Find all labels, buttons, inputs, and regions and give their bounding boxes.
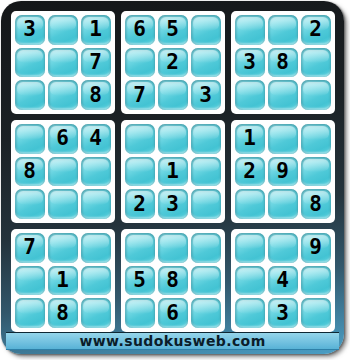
cell-digit: 9 <box>309 237 322 258</box>
cell-r3c5[interactable] <box>158 80 188 110</box>
cell-digit: 3 <box>166 194 179 215</box>
cell-r8c2[interactable]: 1 <box>48 266 78 296</box>
cell-digit: 8 <box>166 270 179 291</box>
cell-r6c9[interactable]: 8 <box>301 189 331 219</box>
cell-digit: 2 <box>133 194 146 215</box>
cell-r3c1[interactable] <box>15 80 45 110</box>
cell-digit: 7 <box>23 237 36 258</box>
cell-digit: 8 <box>89 85 102 106</box>
cell-r9c6[interactable] <box>191 298 221 328</box>
cell-r2c2[interactable] <box>48 48 78 78</box>
cell-r8c9[interactable] <box>301 266 331 296</box>
box-7: 718 <box>11 229 115 332</box>
cell-r4c6[interactable] <box>191 124 221 154</box>
cell-digit: 6 <box>56 128 69 149</box>
cell-r3c3[interactable]: 8 <box>81 80 111 110</box>
cell-r5c7[interactable]: 2 <box>235 157 265 187</box>
cell-r8c8[interactable]: 4 <box>268 266 298 296</box>
cell-r8c7[interactable] <box>235 266 265 296</box>
cell-r7c2[interactable] <box>48 233 78 263</box>
cell-r7c8[interactable] <box>268 233 298 263</box>
cell-r4c4[interactable] <box>125 124 155 154</box>
cell-r5c8[interactable]: 9 <box>268 157 298 187</box>
sudoku-board: 3178652732386481231298718586943 <box>10 11 335 332</box>
cell-r4c3[interactable]: 4 <box>81 124 111 154</box>
cell-r3c2[interactable] <box>48 80 78 110</box>
cell-r7c1[interactable]: 7 <box>15 233 45 263</box>
cell-digit: 5 <box>133 270 146 291</box>
cell-r5c4[interactable] <box>125 157 155 187</box>
cell-r2c6[interactable] <box>191 48 221 78</box>
cell-r3c9[interactable] <box>301 80 331 110</box>
cell-r7c3[interactable] <box>81 233 111 263</box>
cell-digit: 3 <box>23 19 36 40</box>
cell-digit: 1 <box>89 19 102 40</box>
cell-digit: 7 <box>133 85 146 106</box>
cell-r5c1[interactable]: 8 <box>15 157 45 187</box>
cell-digit: 6 <box>133 19 146 40</box>
cell-digit: 7 <box>89 52 102 73</box>
cell-r9c2[interactable]: 8 <box>48 298 78 328</box>
cell-r5c2[interactable] <box>48 157 78 187</box>
cell-digit: 4 <box>276 270 289 291</box>
cell-r1c3[interactable]: 1 <box>81 15 111 45</box>
cell-r6c5[interactable]: 3 <box>158 189 188 219</box>
box-5: 123 <box>121 120 225 223</box>
cell-r1c8[interactable] <box>268 15 298 45</box>
cell-digit: 3 <box>243 52 256 73</box>
cell-r8c6[interactable] <box>191 266 221 296</box>
cell-digit: 8 <box>276 52 289 73</box>
cell-r2c5[interactable]: 2 <box>158 48 188 78</box>
cell-r8c5[interactable]: 8 <box>158 266 188 296</box>
cell-r9c9[interactable] <box>301 298 331 328</box>
cell-r2c1[interactable] <box>15 48 45 78</box>
box-9: 943 <box>231 229 335 332</box>
cell-r4c8[interactable] <box>268 124 298 154</box>
sudoku-screenshot: 3178652732386481231298718586943 www.sudo… <box>0 0 350 360</box>
cell-r4c2[interactable]: 6 <box>48 124 78 154</box>
box-8: 586 <box>121 229 225 332</box>
cell-r6c7[interactable] <box>235 189 265 219</box>
cell-r8c4[interactable]: 5 <box>125 266 155 296</box>
cell-digit: 2 <box>166 52 179 73</box>
box-3: 238 <box>231 11 335 114</box>
cell-r2c3[interactable]: 7 <box>81 48 111 78</box>
cell-digit: 4 <box>89 128 102 149</box>
cell-r1c9[interactable]: 2 <box>301 15 331 45</box>
cell-digit: 8 <box>56 303 69 324</box>
cell-r8c3[interactable] <box>81 266 111 296</box>
cell-digit: 1 <box>56 270 69 291</box>
cell-r8c1[interactable] <box>15 266 45 296</box>
cell-r7c4[interactable] <box>125 233 155 263</box>
cell-r5c5[interactable]: 1 <box>158 157 188 187</box>
cell-r9c4[interactable] <box>125 298 155 328</box>
box-2: 65273 <box>121 11 225 114</box>
cell-r4c5[interactable] <box>158 124 188 154</box>
cell-digit: 8 <box>23 161 36 182</box>
cell-r7c9[interactable]: 9 <box>301 233 331 263</box>
cell-r7c6[interactable] <box>191 233 221 263</box>
cell-r2c4[interactable] <box>125 48 155 78</box>
cell-r5c3[interactable] <box>81 157 111 187</box>
cell-r9c1[interactable] <box>15 298 45 328</box>
cell-r9c3[interactable] <box>81 298 111 328</box>
cell-r9c7[interactable] <box>235 298 265 328</box>
cell-r7c7[interactable] <box>235 233 265 263</box>
box-1: 3178 <box>11 11 115 114</box>
cell-r6c4[interactable]: 2 <box>125 189 155 219</box>
cell-r1c4[interactable]: 6 <box>125 15 155 45</box>
cell-digit: 3 <box>276 303 289 324</box>
cell-r6c3[interactable] <box>81 189 111 219</box>
sudoku-board-frame: 3178652732386481231298718586943 www.sudo… <box>1 1 344 354</box>
footer-band: www.sudokusweb.com <box>6 332 339 350</box>
cell-digit: 9 <box>276 161 289 182</box>
cell-r6c2[interactable] <box>48 189 78 219</box>
cell-r3c8[interactable] <box>268 80 298 110</box>
cell-r1c7[interactable] <box>235 15 265 45</box>
cell-r5c9[interactable] <box>301 157 331 187</box>
cell-r5c6[interactable] <box>191 157 221 187</box>
cell-r1c5[interactable]: 5 <box>158 15 188 45</box>
cell-r2c9[interactable] <box>301 48 331 78</box>
cell-r7c5[interactable] <box>158 233 188 263</box>
cell-digit: 5 <box>166 19 179 40</box>
cell-r4c1[interactable] <box>15 124 45 154</box>
cell-digit: 1 <box>166 161 179 182</box>
cell-r6c6[interactable] <box>191 189 221 219</box>
cell-r6c1[interactable] <box>15 189 45 219</box>
cell-r3c7[interactable] <box>235 80 265 110</box>
cell-digit: 1 <box>243 128 256 149</box>
cell-r9c8[interactable]: 3 <box>268 298 298 328</box>
cell-digit: 2 <box>309 19 322 40</box>
site-url: www.sudokusweb.com <box>79 333 265 349</box>
cell-r6c8[interactable] <box>268 189 298 219</box>
cell-r4c9[interactable] <box>301 124 331 154</box>
cell-r4c7[interactable]: 1 <box>235 124 265 154</box>
cell-digit: 2 <box>243 161 256 182</box>
cell-digit: 6 <box>166 303 179 324</box>
cell-r3c6[interactable]: 3 <box>191 80 221 110</box>
cell-digit: 3 <box>199 85 212 106</box>
cell-digit: 8 <box>309 194 322 215</box>
cell-r9c5[interactable]: 6 <box>158 298 188 328</box>
cell-r2c8[interactable]: 8 <box>268 48 298 78</box>
cell-r1c2[interactable] <box>48 15 78 45</box>
box-6: 1298 <box>231 120 335 223</box>
cell-r1c1[interactable]: 3 <box>15 15 45 45</box>
cell-r3c4[interactable]: 7 <box>125 80 155 110</box>
box-4: 648 <box>11 120 115 223</box>
cell-r1c6[interactable] <box>191 15 221 45</box>
cell-r2c7[interactable]: 3 <box>235 48 265 78</box>
